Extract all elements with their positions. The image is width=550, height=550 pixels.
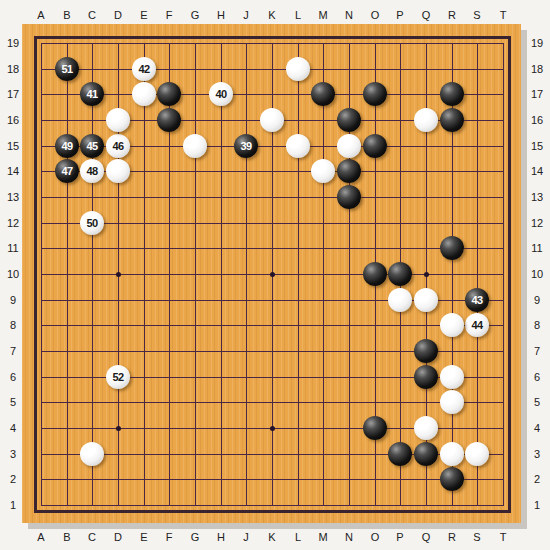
white-stone[interactable] (440, 442, 464, 466)
row-label-right: 15 (524, 139, 550, 153)
col-label-top: B (58, 8, 76, 22)
black-stone[interactable] (363, 262, 387, 286)
col-label-bottom: H (212, 530, 230, 544)
move-number: 51 (61, 64, 72, 75)
grid-line-horizontal (41, 479, 504, 480)
col-label-bottom: P (391, 530, 409, 544)
black-stone[interactable] (363, 134, 387, 158)
star-point (424, 272, 429, 277)
move-number: 40 (215, 89, 226, 100)
row-label-right: 16 (524, 113, 550, 127)
black-stone[interactable] (337, 159, 361, 183)
col-label-bottom: J (237, 530, 255, 544)
col-label-bottom: Q (417, 530, 435, 544)
row-label-right: 13 (524, 190, 550, 204)
row-label-right: 1 (524, 498, 550, 512)
black-stone[interactable] (337, 108, 361, 132)
row-label-left: 6 (0, 370, 26, 384)
col-label-top: S (468, 8, 486, 22)
row-label-right: 19 (524, 36, 550, 50)
row-label-left: 4 (0, 421, 26, 435)
row-label-right: 2 (524, 472, 550, 486)
white-stone[interactable] (311, 159, 335, 183)
row-label-left: 9 (0, 293, 26, 307)
move-number: 52 (112, 372, 123, 383)
move-number: 46 (112, 141, 123, 152)
black-stone[interactable] (388, 262, 412, 286)
row-label-left: 15 (0, 139, 26, 153)
row-label-left: 16 (0, 113, 26, 127)
go-diagram-screen: AABBCCDDEEFFGGHHJJKKLLMMNNOOPPQQRRSSTT19… (0, 0, 550, 550)
col-label-top: J (237, 8, 255, 22)
col-label-top: A (32, 8, 50, 22)
white-stone[interactable] (132, 82, 156, 106)
col-label-bottom: T (494, 530, 512, 544)
white-stone[interactable] (414, 288, 438, 312)
col-label-top: K (263, 8, 281, 22)
grid-line-vertical (477, 43, 478, 506)
black-stone[interactable] (388, 442, 412, 466)
col-label-bottom: N (340, 530, 358, 544)
col-label-top: Q (417, 8, 435, 22)
row-label-left: 11 (0, 241, 26, 255)
white-stone[interactable] (388, 288, 412, 312)
row-label-right: 6 (524, 370, 550, 384)
black-stone[interactable] (363, 82, 387, 106)
move-number: 45 (86, 141, 97, 152)
row-label-left: 8 (0, 318, 26, 332)
row-label-right: 3 (524, 447, 550, 461)
grid-line-horizontal (41, 402, 504, 403)
star-point (116, 426, 121, 431)
col-label-bottom: O (366, 530, 384, 544)
row-label-right: 18 (524, 62, 550, 76)
row-label-left: 10 (0, 267, 26, 281)
row-label-right: 17 (524, 87, 550, 101)
col-label-top: C (83, 8, 101, 22)
col-label-top: L (289, 8, 307, 22)
black-stone[interactable] (414, 365, 438, 389)
col-label-top: O (366, 8, 384, 22)
star-point (270, 272, 275, 277)
row-label-left: 12 (0, 216, 26, 230)
col-label-top: D (109, 8, 127, 22)
white-stone[interactable]: 50 (80, 211, 104, 235)
col-label-bottom: B (58, 530, 76, 544)
white-stone[interactable]: 48 (80, 159, 104, 183)
col-label-bottom: S (468, 530, 486, 544)
row-label-right: 10 (524, 267, 550, 281)
row-label-right: 9 (524, 293, 550, 307)
move-number: 42 (138, 64, 149, 75)
white-stone[interactable] (465, 442, 489, 466)
move-number: 39 (240, 141, 251, 152)
white-stone[interactable] (414, 108, 438, 132)
row-label-left: 7 (0, 344, 26, 358)
black-stone[interactable] (440, 236, 464, 260)
black-stone[interactable]: 49 (55, 134, 79, 158)
grid-line-vertical (298, 43, 299, 506)
move-number: 47 (61, 166, 72, 177)
row-label-right: 11 (524, 241, 550, 255)
white-stone[interactable]: 46 (106, 134, 130, 158)
grid-line-vertical (503, 43, 504, 506)
col-label-bottom: D (109, 530, 127, 544)
row-label-right: 4 (524, 421, 550, 435)
row-label-right: 7 (524, 344, 550, 358)
row-label-left: 18 (0, 62, 26, 76)
move-number: 49 (61, 141, 72, 152)
col-label-top: T (494, 8, 512, 22)
white-stone[interactable] (440, 390, 464, 414)
white-stone[interactable] (414, 416, 438, 440)
col-label-bottom: C (83, 530, 101, 544)
row-label-left: 3 (0, 447, 26, 461)
white-stone[interactable] (440, 365, 464, 389)
white-stone[interactable]: 44 (465, 313, 489, 337)
col-label-top: N (340, 8, 358, 22)
white-stone[interactable]: 52 (106, 365, 130, 389)
col-label-top: P (391, 8, 409, 22)
row-label-right: 14 (524, 164, 550, 178)
move-number: 43 (471, 295, 482, 306)
black-stone[interactable] (414, 442, 438, 466)
black-stone[interactable] (337, 185, 361, 209)
black-stone[interactable]: 43 (465, 288, 489, 312)
row-label-left: 2 (0, 472, 26, 486)
move-number: 41 (86, 89, 97, 100)
col-label-bottom: M (314, 530, 332, 544)
row-label-right: 8 (524, 318, 550, 332)
black-stone[interactable]: 51 (55, 57, 79, 81)
col-label-top: F (160, 8, 178, 22)
col-label-top: E (135, 8, 153, 22)
col-label-bottom: L (289, 530, 307, 544)
black-stone[interactable] (440, 467, 464, 491)
col-label-top: R (443, 8, 461, 22)
row-label-left: 17 (0, 87, 26, 101)
white-stone[interactable] (337, 134, 361, 158)
col-label-bottom: A (32, 530, 50, 544)
white-stone[interactable]: 42 (132, 57, 156, 81)
black-stone[interactable]: 39 (234, 134, 258, 158)
col-label-bottom: F (160, 530, 178, 544)
col-label-top: M (314, 8, 332, 22)
white-stone[interactable] (286, 57, 310, 81)
black-stone[interactable] (363, 416, 387, 440)
row-label-right: 5 (524, 395, 550, 409)
move-number: 50 (86, 218, 97, 229)
black-stone[interactable] (157, 82, 181, 106)
white-stone[interactable]: 40 (209, 82, 233, 106)
white-stone[interactable] (260, 108, 284, 132)
row-label-left: 5 (0, 395, 26, 409)
white-stone[interactable] (80, 442, 104, 466)
row-label-left: 1 (0, 498, 26, 512)
black-stone[interactable]: 45 (80, 134, 104, 158)
col-label-top: H (212, 8, 230, 22)
black-stone[interactable] (157, 108, 181, 132)
black-stone[interactable] (414, 339, 438, 363)
row-label-left: 13 (0, 190, 26, 204)
row-label-right: 12 (524, 216, 550, 230)
white-stone[interactable] (286, 134, 310, 158)
white-stone[interactable] (106, 159, 130, 183)
grid-line-vertical (323, 43, 324, 506)
grid-line-horizontal (41, 505, 504, 506)
col-label-bottom: E (135, 530, 153, 544)
white-stone[interactable] (440, 313, 464, 337)
row-label-left: 19 (0, 36, 26, 50)
move-number: 44 (471, 320, 482, 331)
black-stone[interactable] (311, 82, 335, 106)
move-number: 48 (86, 166, 97, 177)
black-stone[interactable] (440, 82, 464, 106)
black-stone[interactable] (440, 108, 464, 132)
row-label-left: 14 (0, 164, 26, 178)
white-stone[interactable] (106, 108, 130, 132)
white-stone[interactable] (183, 134, 207, 158)
col-label-bottom: K (263, 530, 281, 544)
col-label-top: G (186, 8, 204, 22)
star-point (116, 272, 121, 277)
black-stone[interactable]: 47 (55, 159, 79, 183)
col-label-bottom: G (186, 530, 204, 544)
black-stone[interactable]: 41 (80, 82, 104, 106)
grid-line-horizontal (41, 325, 504, 326)
col-label-bottom: R (443, 530, 461, 544)
star-point (270, 426, 275, 431)
